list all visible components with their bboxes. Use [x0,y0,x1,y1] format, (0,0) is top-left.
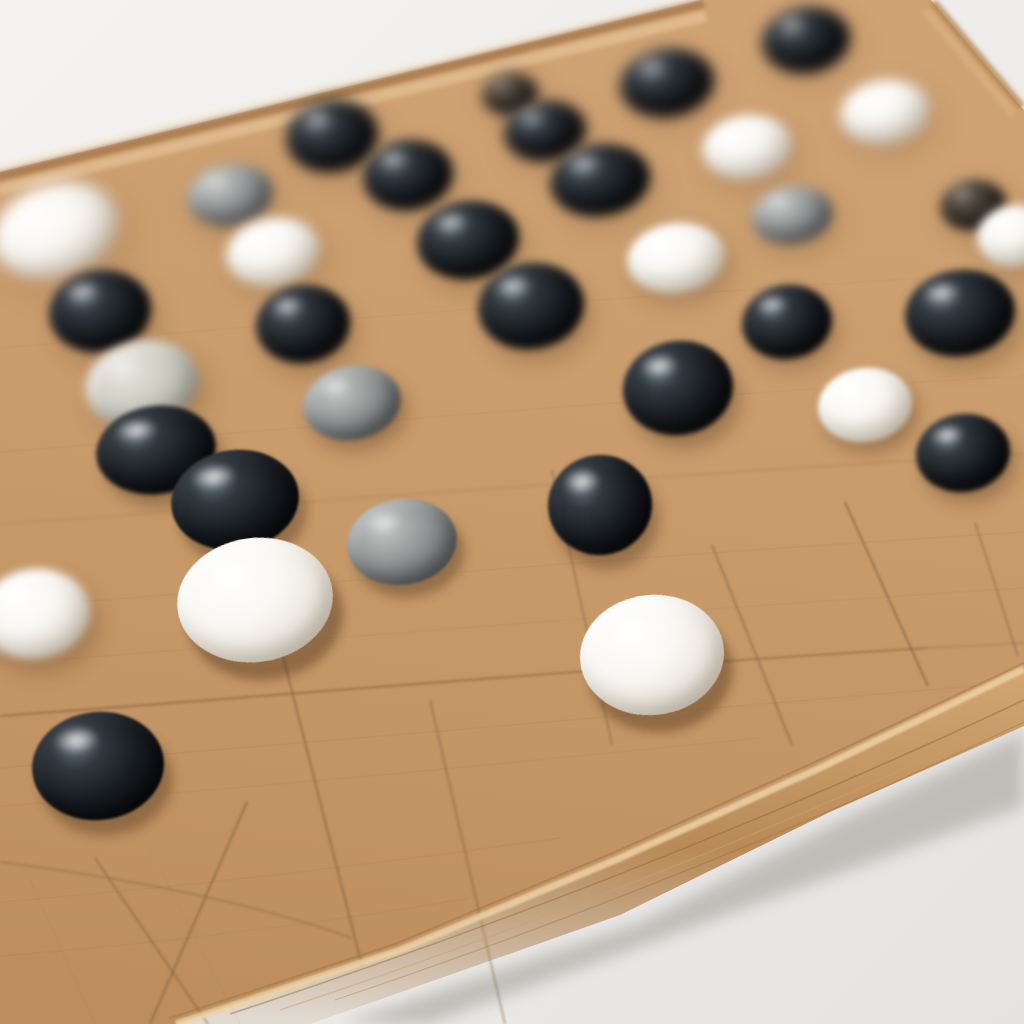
stone-highlight [564,152,602,176]
stone-white[interactable] [813,362,916,448]
stones-layer [0,0,1024,1024]
stone-white[interactable] [623,217,730,300]
stone-white[interactable] [698,109,796,185]
go-board-photo [0,0,1024,1024]
stone-black[interactable] [27,705,170,826]
stone-highlight [269,293,305,318]
stone-white[interactable] [0,562,96,666]
stone-highlight [376,147,411,170]
stone-highlight [641,230,678,253]
stone-highlight [239,225,275,248]
stone-black[interactable] [758,1,854,79]
stone-highlight [99,350,144,380]
stone-highlight [601,608,656,644]
stone-white[interactable] [836,74,934,150]
stone-black[interactable] [737,279,836,365]
stone-black[interactable] [900,263,1021,363]
stone-highlight [516,107,547,127]
stone-black[interactable] [251,279,355,369]
stone-highlight [490,77,511,91]
stone-grey[interactable] [747,181,836,250]
stone-highlight [0,579,38,608]
stone-highlight [52,724,102,757]
stone-grey[interactable] [342,492,463,592]
stone-white[interactable] [574,588,730,722]
stone-highlight [199,171,232,192]
stone-highlight [299,108,334,131]
stone-highlight [638,351,681,381]
stone-highlight [634,56,670,78]
stone-highlight [831,376,867,400]
stone-highlight [775,14,809,35]
stone-black[interactable] [911,408,1015,498]
stone-highlight [929,422,965,447]
stone-highlight [949,185,974,201]
stone-highlight [493,272,534,299]
stone-highlight [988,212,1017,232]
stone-highlight [199,551,259,591]
stone-highlight [362,508,404,536]
stone-highlight [113,415,159,444]
stone-grey[interactable] [297,358,406,448]
stone-white[interactable] [169,528,341,673]
stone-highlight [853,87,887,108]
stone-highlight [189,461,238,493]
stone-highlight [715,122,749,143]
stone-highlight [5,194,56,231]
stone-black[interactable] [617,334,739,442]
stone-highlight [431,209,470,234]
stone-black[interactable] [616,43,719,123]
stone-highlight [920,279,962,307]
stone-highlight [63,279,102,305]
stone-highlight [763,192,794,211]
stone-highlight [754,293,789,317]
stone-highlight [562,466,603,497]
stone-black[interactable] [542,448,659,562]
stone-highlight [316,374,354,399]
